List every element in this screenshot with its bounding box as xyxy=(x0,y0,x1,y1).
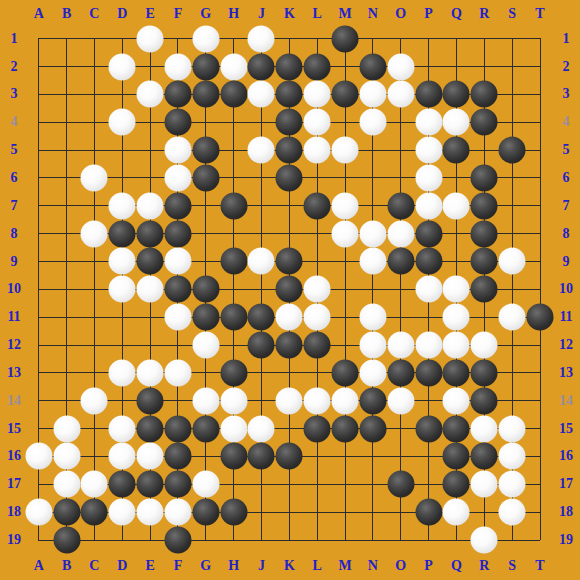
intersection-S8[interactable] xyxy=(498,220,526,248)
intersection-A8[interactable] xyxy=(25,220,53,248)
black-stone-P18 xyxy=(415,499,442,526)
intersection-K17[interactable] xyxy=(275,470,303,498)
intersection-N18[interactable] xyxy=(359,498,387,526)
intersection-L19[interactable] xyxy=(303,526,331,554)
intersection-J10[interactable] xyxy=(248,275,276,303)
intersection-T18[interactable] xyxy=(526,498,554,526)
intersection-E11[interactable] xyxy=(136,303,164,331)
intersection-B9[interactable] xyxy=(53,248,81,276)
intersection-H10[interactable] xyxy=(220,275,248,303)
intersection-S3[interactable] xyxy=(498,80,526,108)
intersection-P10 xyxy=(415,275,443,303)
intersection-T13[interactable] xyxy=(526,359,554,387)
intersection-T5[interactable] xyxy=(526,136,554,164)
intersection-L9[interactable] xyxy=(303,248,331,276)
intersection-R12 xyxy=(470,331,498,359)
black-stone-H9 xyxy=(220,248,247,275)
intersection-K9 xyxy=(275,248,303,276)
intersection-F5 xyxy=(164,136,192,164)
white-stone-Q12 xyxy=(443,331,470,358)
intersection-N19[interactable] xyxy=(359,526,387,554)
intersection-T10[interactable] xyxy=(526,275,554,303)
intersection-Q7 xyxy=(442,192,470,220)
row-label-6-right: 6 xyxy=(563,171,570,185)
intersection-C3[interactable] xyxy=(80,80,108,108)
intersection-B7[interactable] xyxy=(53,192,81,220)
intersection-Q9[interactable] xyxy=(442,248,470,276)
intersection-Q8[interactable] xyxy=(442,220,470,248)
intersection-S2[interactable] xyxy=(498,53,526,81)
intersection-O10[interactable] xyxy=(387,275,415,303)
intersection-S12[interactable] xyxy=(498,331,526,359)
column-label-G-bottom: G xyxy=(200,559,211,573)
black-stone-K6 xyxy=(276,164,303,191)
intersection-T6[interactable] xyxy=(526,164,554,192)
intersection-O19[interactable] xyxy=(387,526,415,554)
intersection-B11[interactable] xyxy=(53,303,81,331)
intersection-S4[interactable] xyxy=(498,108,526,136)
row-label-7-right: 7 xyxy=(563,199,570,213)
white-stone-G17 xyxy=(192,471,219,498)
black-stone-Q3 xyxy=(443,81,470,108)
intersection-T9[interactable] xyxy=(526,248,554,276)
intersection-A6[interactable] xyxy=(25,164,53,192)
intersection-E19[interactable] xyxy=(136,526,164,554)
intersection-M11[interactable] xyxy=(331,303,359,331)
column-label-E-bottom: E xyxy=(145,559,154,573)
intersection-J2 xyxy=(248,53,276,81)
intersection-P3 xyxy=(415,80,443,108)
intersection-E1 xyxy=(136,25,164,53)
intersection-L8[interactable] xyxy=(303,220,331,248)
intersection-A19[interactable] xyxy=(25,526,53,554)
column-label-O-bottom: O xyxy=(395,559,406,573)
intersection-M18[interactable] xyxy=(331,498,359,526)
intersection-F14[interactable] xyxy=(164,387,192,415)
intersection-N10[interactable] xyxy=(359,275,387,303)
intersection-D16 xyxy=(108,442,136,470)
intersection-Q12 xyxy=(442,331,470,359)
intersection-A12[interactable] xyxy=(25,331,53,359)
intersection-A14[interactable] xyxy=(25,387,53,415)
intersection-M10[interactable] xyxy=(331,275,359,303)
intersection-K11 xyxy=(275,303,303,331)
intersection-C7[interactable] xyxy=(80,192,108,220)
intersection-H4[interactable] xyxy=(220,108,248,136)
intersection-P15 xyxy=(415,415,443,443)
intersection-Q2[interactable] xyxy=(442,53,470,81)
intersection-B15 xyxy=(53,415,81,443)
intersection-O16[interactable] xyxy=(387,442,415,470)
intersection-B18 xyxy=(53,498,81,526)
intersection-B13[interactable] xyxy=(53,359,81,387)
intersection-N16[interactable] xyxy=(359,442,387,470)
intersection-O5[interactable] xyxy=(387,136,415,164)
intersection-P16[interactable] xyxy=(415,442,443,470)
white-stone-P6 xyxy=(415,164,442,191)
intersection-J19[interactable] xyxy=(248,526,276,554)
intersection-G9[interactable] xyxy=(192,248,220,276)
black-stone-F17 xyxy=(164,471,191,498)
intersection-D3[interactable] xyxy=(108,80,136,108)
intersection-S13[interactable] xyxy=(498,359,526,387)
column-label-C-bottom: C xyxy=(89,559,99,573)
intersection-A1[interactable] xyxy=(25,25,53,53)
intersection-C15[interactable] xyxy=(80,415,108,443)
intersection-M16[interactable] xyxy=(331,442,359,470)
intersection-D15 xyxy=(108,415,136,443)
black-stone-E9 xyxy=(137,248,164,275)
intersection-D6[interactable] xyxy=(108,164,136,192)
intersection-H8[interactable] xyxy=(220,220,248,248)
intersection-T15[interactable] xyxy=(526,415,554,443)
intersection-A5[interactable] xyxy=(25,136,53,164)
intersection-A4[interactable] xyxy=(25,108,53,136)
intersection-T19[interactable] xyxy=(526,526,554,554)
row-label-15-left: 15 xyxy=(7,422,21,436)
black-stone-K9 xyxy=(276,248,303,275)
intersection-O6[interactable] xyxy=(387,164,415,192)
intersection-L17[interactable] xyxy=(303,470,331,498)
row-label-15-right: 15 xyxy=(559,422,573,436)
black-stone-R13 xyxy=(471,359,498,386)
intersection-J18[interactable] xyxy=(248,498,276,526)
intersection-N6[interactable] xyxy=(359,164,387,192)
row-label-16-left: 16 xyxy=(7,449,21,463)
intersection-F9 xyxy=(164,248,192,276)
intersection-P13 xyxy=(415,359,443,387)
white-stone-E16 xyxy=(137,443,164,470)
intersection-R11[interactable] xyxy=(470,303,498,331)
black-stone-K16 xyxy=(276,443,303,470)
intersection-L14 xyxy=(303,387,331,415)
intersection-D11[interactable] xyxy=(108,303,136,331)
white-stone-P10 xyxy=(415,276,442,303)
intersection-S17 xyxy=(498,470,526,498)
intersection-E7 xyxy=(136,192,164,220)
intersection-D19[interactable] xyxy=(108,526,136,554)
intersection-D17 xyxy=(108,470,136,498)
white-stone-C6 xyxy=(81,164,108,191)
intersection-S6[interactable] xyxy=(498,164,526,192)
intersection-B1[interactable] xyxy=(53,25,81,53)
intersection-B6[interactable] xyxy=(53,164,81,192)
white-stone-L4 xyxy=(304,109,331,136)
intersection-E5[interactable] xyxy=(136,136,164,164)
intersection-C10[interactable] xyxy=(80,275,108,303)
intersection-K19[interactable] xyxy=(275,526,303,554)
intersection-O1[interactable] xyxy=(387,25,415,53)
black-stone-F4 xyxy=(164,109,191,136)
intersection-T7[interactable] xyxy=(526,192,554,220)
intersection-G16[interactable] xyxy=(192,442,220,470)
row-label-1-left: 1 xyxy=(11,32,18,46)
intersection-Q1[interactable] xyxy=(442,25,470,53)
row-label-9-left: 9 xyxy=(11,255,18,269)
row-label-17-left: 17 xyxy=(7,477,21,491)
intersection-R16 xyxy=(470,442,498,470)
intersection-H19[interactable] xyxy=(220,526,248,554)
intersection-G5 xyxy=(192,136,220,164)
white-stone-E3 xyxy=(137,81,164,108)
intersection-P19[interactable] xyxy=(415,526,443,554)
intersection-G7[interactable] xyxy=(192,192,220,220)
intersection-L1[interactable] xyxy=(303,25,331,53)
intersection-F15 xyxy=(164,415,192,443)
intersection-D12[interactable] xyxy=(108,331,136,359)
intersection-L18[interactable] xyxy=(303,498,331,526)
intersection-M12[interactable] xyxy=(331,331,359,359)
intersection-C5[interactable] xyxy=(80,136,108,164)
intersection-G4[interactable] xyxy=(192,108,220,136)
intersection-E16 xyxy=(136,442,164,470)
intersection-F1[interactable] xyxy=(164,25,192,53)
intersection-O11[interactable] xyxy=(387,303,415,331)
intersection-K15[interactable] xyxy=(275,415,303,443)
intersection-Q15 xyxy=(442,415,470,443)
intersection-C8 xyxy=(80,220,108,248)
row-label-16-right: 16 xyxy=(559,449,573,463)
white-stone-B15 xyxy=(53,415,80,442)
column-label-A-bottom: A xyxy=(34,559,44,573)
intersection-S10[interactable] xyxy=(498,275,526,303)
intersection-M9[interactable] xyxy=(331,248,359,276)
intersection-N5[interactable] xyxy=(359,136,387,164)
intersection-B2[interactable] xyxy=(53,53,81,81)
intersection-T1[interactable] xyxy=(526,25,554,53)
black-stone-P15 xyxy=(415,415,442,442)
intersection-B10[interactable] xyxy=(53,275,81,303)
intersection-N7[interactable] xyxy=(359,192,387,220)
intersection-Q19[interactable] xyxy=(442,526,470,554)
intersection-T14[interactable] xyxy=(526,387,554,415)
intersection-K1[interactable] xyxy=(275,25,303,53)
intersection-N17[interactable] xyxy=(359,470,387,498)
white-stone-N8 xyxy=(359,220,386,247)
intersection-F8 xyxy=(164,220,192,248)
intersection-B14[interactable] xyxy=(53,387,81,415)
intersection-S1[interactable] xyxy=(498,25,526,53)
intersection-O12 xyxy=(387,331,415,359)
white-stone-M14 xyxy=(331,387,358,414)
intersection-O15[interactable] xyxy=(387,415,415,443)
intersection-M6[interactable] xyxy=(331,164,359,192)
intersection-C12[interactable] xyxy=(80,331,108,359)
intersection-K7[interactable] xyxy=(275,192,303,220)
intersection-T4[interactable] xyxy=(526,108,554,136)
intersection-B16 xyxy=(53,442,81,470)
intersection-D5[interactable] xyxy=(108,136,136,164)
intersection-P11[interactable] xyxy=(415,303,443,331)
intersection-R2[interactable] xyxy=(470,53,498,81)
intersection-K8[interactable] xyxy=(275,220,303,248)
row-label-14-right: 14 xyxy=(559,394,573,408)
row-label-19-left: 19 xyxy=(7,533,21,547)
intersection-R5[interactable] xyxy=(470,136,498,164)
intersection-O18[interactable] xyxy=(387,498,415,526)
intersection-L7 xyxy=(303,192,331,220)
intersection-J1 xyxy=(248,25,276,53)
intersection-P18 xyxy=(415,498,443,526)
intersection-J7[interactable] xyxy=(248,192,276,220)
intersection-P14[interactable] xyxy=(415,387,443,415)
intersection-P1[interactable] xyxy=(415,25,443,53)
black-stone-H7 xyxy=(220,192,247,219)
intersection-K14 xyxy=(275,387,303,415)
intersection-H2 xyxy=(220,53,248,81)
black-stone-R3 xyxy=(471,81,498,108)
column-label-G-top: G xyxy=(200,7,211,21)
intersection-A3[interactable] xyxy=(25,80,53,108)
column-label-C-top: C xyxy=(89,7,99,21)
intersection-B3[interactable] xyxy=(53,80,81,108)
intersection-G17 xyxy=(192,470,220,498)
intersection-E12[interactable] xyxy=(136,331,164,359)
row-label-7-left: 7 xyxy=(11,199,18,213)
intersection-J16 xyxy=(248,442,276,470)
intersection-A16 xyxy=(25,442,53,470)
intersection-L16[interactable] xyxy=(303,442,331,470)
intersection-A18 xyxy=(25,498,53,526)
intersection-C4[interactable] xyxy=(80,108,108,136)
intersection-B12[interactable] xyxy=(53,331,81,359)
intersection-H6[interactable] xyxy=(220,164,248,192)
intersection-K6 xyxy=(275,164,303,192)
intersection-C1[interactable] xyxy=(80,25,108,53)
intersection-T2[interactable] xyxy=(526,53,554,81)
column-label-R-bottom: R xyxy=(479,559,489,573)
column-label-H-bottom: H xyxy=(228,559,239,573)
white-stone-L5 xyxy=(304,137,331,164)
intersection-B5[interactable] xyxy=(53,136,81,164)
intersection-K13[interactable] xyxy=(275,359,303,387)
intersection-A10[interactable] xyxy=(25,275,53,303)
intersection-G8[interactable] xyxy=(192,220,220,248)
intersection-J8[interactable] xyxy=(248,220,276,248)
intersection-F19 xyxy=(164,526,192,554)
intersection-E9 xyxy=(136,248,164,276)
intersection-A17[interactable] xyxy=(25,470,53,498)
white-stone-M7 xyxy=(331,192,358,219)
intersection-Q6[interactable] xyxy=(442,164,470,192)
intersection-C19[interactable] xyxy=(80,526,108,554)
intersection-T16[interactable] xyxy=(526,442,554,470)
intersection-N1[interactable] xyxy=(359,25,387,53)
intersection-F6 xyxy=(164,164,192,192)
column-label-N-bottom: N xyxy=(368,559,378,573)
intersection-B8[interactable] xyxy=(53,220,81,248)
column-label-T-bottom: T xyxy=(535,559,544,573)
intersection-T12[interactable] xyxy=(526,331,554,359)
intersection-J17[interactable] xyxy=(248,470,276,498)
intersection-B4[interactable] xyxy=(53,108,81,136)
intersection-T17[interactable] xyxy=(526,470,554,498)
intersection-S14[interactable] xyxy=(498,387,526,415)
intersection-F12[interactable] xyxy=(164,331,192,359)
intersection-C16[interactable] xyxy=(80,442,108,470)
intersection-E2[interactable] xyxy=(136,53,164,81)
black-stone-L7 xyxy=(304,192,331,219)
intersection-K18[interactable] xyxy=(275,498,303,526)
intersection-A2[interactable] xyxy=(25,53,53,81)
intersection-J4[interactable] xyxy=(248,108,276,136)
intersection-E3 xyxy=(136,80,164,108)
row-label-4-left: 4 xyxy=(11,115,18,129)
black-stone-E15 xyxy=(137,415,164,442)
white-stone-M8 xyxy=(331,220,358,247)
intersection-M5 xyxy=(331,136,359,164)
intersection-E4[interactable] xyxy=(136,108,164,136)
white-stone-P12 xyxy=(415,331,442,358)
white-stone-D4 xyxy=(109,109,136,136)
intersection-P17[interactable] xyxy=(415,470,443,498)
intersection-S7[interactable] xyxy=(498,192,526,220)
black-stone-P8 xyxy=(415,220,442,247)
row-label-4-right: 4 xyxy=(563,115,570,129)
intersection-A7[interactable] xyxy=(25,192,53,220)
white-stone-R15 xyxy=(471,415,498,442)
intersection-M17[interactable] xyxy=(331,470,359,498)
intersection-H1[interactable] xyxy=(220,25,248,53)
intersection-H12[interactable] xyxy=(220,331,248,359)
intersection-D14[interactable] xyxy=(108,387,136,415)
intersection-R18[interactable] xyxy=(470,498,498,526)
intersection-D1[interactable] xyxy=(108,25,136,53)
intersection-M4[interactable] xyxy=(331,108,359,136)
intersection-H5[interactable] xyxy=(220,136,248,164)
intersection-A15[interactable] xyxy=(25,415,53,443)
row-label-1-right: 1 xyxy=(563,32,570,46)
white-stone-J15 xyxy=(248,415,275,442)
intersection-A9[interactable] xyxy=(25,248,53,276)
black-stone-Q5 xyxy=(443,137,470,164)
intersection-Q13 xyxy=(442,359,470,387)
intersection-G19[interactable] xyxy=(192,526,220,554)
intersection-S19[interactable] xyxy=(498,526,526,554)
intersection-R1[interactable] xyxy=(470,25,498,53)
intersection-C11[interactable] xyxy=(80,303,108,331)
intersection-L6[interactable] xyxy=(303,164,331,192)
intersection-O2 xyxy=(387,53,415,81)
intersection-A11[interactable] xyxy=(25,303,53,331)
intersection-H17[interactable] xyxy=(220,470,248,498)
intersection-Q14 xyxy=(442,387,470,415)
intersection-L4 xyxy=(303,108,331,136)
intersection-T8[interactable] xyxy=(526,220,554,248)
white-stone-E7 xyxy=(137,192,164,219)
row-label-14-left: 14 xyxy=(7,394,21,408)
intersection-T3[interactable] xyxy=(526,80,554,108)
black-stone-Q15 xyxy=(443,415,470,442)
intersection-G13[interactable] xyxy=(192,359,220,387)
intersection-J13[interactable] xyxy=(248,359,276,387)
intersection-C9[interactable] xyxy=(80,248,108,276)
black-stone-L2 xyxy=(304,53,331,80)
black-stone-F15 xyxy=(164,415,191,442)
intersection-M2[interactable] xyxy=(331,53,359,81)
intersection-M19[interactable] xyxy=(331,526,359,554)
intersection-A13[interactable] xyxy=(25,359,53,387)
intersection-C13[interactable] xyxy=(80,359,108,387)
intersection-E6[interactable] xyxy=(136,164,164,192)
intersection-C2[interactable] xyxy=(80,53,108,81)
black-stone-F16 xyxy=(164,443,191,470)
intersection-P2[interactable] xyxy=(415,53,443,81)
intersection-J14[interactable] xyxy=(248,387,276,415)
intersection-L13[interactable] xyxy=(303,359,331,387)
intersection-J6[interactable] xyxy=(248,164,276,192)
intersection-O4[interactable] xyxy=(387,108,415,136)
